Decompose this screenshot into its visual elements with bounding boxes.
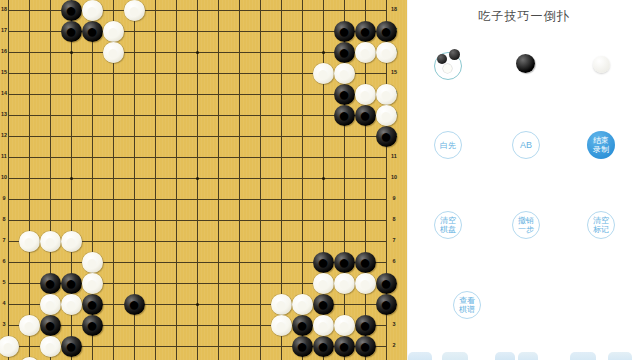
row-label: 15	[1, 70, 8, 75]
row-label: 18	[391, 7, 398, 12]
toolbar-icon-partial[interactable]	[408, 352, 432, 360]
row-label: 6	[1, 259, 8, 264]
white-first-button[interactable]: 白先	[434, 131, 462, 159]
black-stone: ●	[376, 294, 397, 315]
clear-marks-button[interactable]: 清空标记	[587, 211, 615, 239]
row-label: 15	[391, 70, 398, 75]
black-stone: ●	[82, 294, 103, 315]
white-stone: ●	[292, 294, 313, 315]
black-stone: ●	[313, 252, 334, 273]
black-stone: ●	[292, 336, 313, 357]
black-stone: ●	[334, 336, 355, 357]
black-stone-icon[interactable]	[516, 54, 535, 73]
white-stone: ●	[61, 231, 82, 252]
grid-line	[260, 0, 261, 360]
row-label: 13	[1, 112, 8, 117]
white-stone: ●	[19, 231, 40, 252]
end-recording-button[interactable]: 结束录制	[587, 131, 615, 159]
white-stone: ●	[355, 84, 376, 105]
black-stone: ●	[334, 252, 355, 273]
star-point	[196, 177, 199, 180]
black-stone: ●	[355, 252, 376, 273]
black-stone: ●	[334, 42, 355, 63]
star-point	[322, 51, 325, 54]
view-record-button[interactable]: 查看棋谱	[453, 291, 481, 319]
grid-line	[197, 0, 198, 360]
grid-line	[218, 0, 219, 360]
row-label: 17	[1, 28, 8, 33]
black-stone: ●	[376, 126, 397, 147]
diagram-black-dot	[437, 54, 447, 64]
row-label: 7	[391, 238, 398, 243]
row-label: 6	[391, 259, 398, 264]
row-label: 3	[391, 322, 398, 327]
star-point	[196, 303, 199, 306]
black-stone: ●	[355, 21, 376, 42]
diagram-black-dot	[449, 49, 460, 60]
go-board[interactable]: 1818171716161515141413131212111110109988…	[0, 0, 407, 360]
grid-line	[8, 199, 387, 200]
row-label: 18	[1, 7, 8, 12]
white-stone: ●	[313, 315, 334, 336]
grid-line	[8, 115, 387, 116]
black-stone: ●	[334, 21, 355, 42]
black-stone: ●	[292, 315, 313, 336]
star-point	[70, 177, 73, 180]
row-label: 10	[391, 175, 398, 180]
row-label: 14	[1, 91, 8, 96]
black-stone: ●	[82, 21, 103, 42]
grid-line	[155, 0, 156, 360]
white-stone: ●	[376, 105, 397, 126]
black-stone: ●	[376, 21, 397, 42]
row-label: 4	[1, 301, 8, 306]
black-stone: ●	[61, 273, 82, 294]
white-stone: ●	[313, 63, 334, 84]
toolbar-icon-partial[interactable]	[518, 352, 538, 360]
row-label: 9	[391, 196, 398, 201]
grid-line	[8, 157, 387, 158]
grid-line	[8, 94, 387, 95]
black-stone: ●	[355, 105, 376, 126]
white-stone: ●	[355, 42, 376, 63]
row-label: 11	[391, 154, 398, 159]
grid-line	[8, 220, 387, 221]
black-stone: ●	[313, 336, 334, 357]
row-label: 2	[391, 343, 398, 348]
white-stone: ●	[19, 357, 40, 360]
black-stone: ●	[355, 336, 376, 357]
white-stone: ●	[61, 294, 82, 315]
row-label: 12	[1, 133, 8, 138]
grid-line	[176, 0, 177, 360]
grid-line	[239, 0, 240, 360]
white-stone: ●	[40, 231, 61, 252]
lesson-title: 吃子技巧一倒扑	[408, 8, 640, 25]
row-label: 3	[1, 322, 8, 327]
white-stone: ●	[376, 42, 397, 63]
black-stone: ●	[124, 294, 145, 315]
white-stone: ●	[0, 336, 19, 357]
white-stone: ●	[271, 294, 292, 315]
toolbar-icon-partial[interactable]	[495, 352, 515, 360]
toolbar-icon-partial[interactable]	[608, 352, 632, 360]
grid-line	[8, 136, 387, 137]
white-stone: ●	[82, 0, 103, 21]
row-label: 16	[1, 49, 8, 54]
white-stone: ●	[19, 315, 40, 336]
black-stone: ●	[376, 273, 397, 294]
white-stone: ●	[376, 84, 397, 105]
star-point	[196, 51, 199, 54]
control-panel: 吃子技巧一倒扑 白先 AB 结束录制 清空棋盘 撤销一步 清空标记 查看棋谱	[407, 0, 640, 360]
ab-label-button[interactable]: AB	[512, 131, 540, 159]
row-label: 11	[1, 154, 8, 159]
black-stone: ●	[355, 315, 376, 336]
black-stone: ●	[334, 84, 355, 105]
diagram-white-dot	[443, 64, 452, 73]
black-stone: ●	[334, 105, 355, 126]
black-stone: ●	[40, 273, 61, 294]
row-label: 7	[1, 238, 8, 243]
star-point	[322, 177, 325, 180]
white-stone: ●	[334, 273, 355, 294]
white-stone: ●	[40, 294, 61, 315]
white-stone: ●	[124, 0, 145, 21]
black-stone: ●	[61, 21, 82, 42]
black-stone: ●	[61, 0, 82, 21]
grid-line	[29, 0, 30, 360]
undo-step-button[interactable]: 撤销一步	[512, 211, 540, 239]
white-stone: ●	[355, 273, 376, 294]
black-stone: ●	[82, 315, 103, 336]
black-stone: ●	[313, 294, 334, 315]
row-label: 10	[1, 175, 8, 180]
clear-board-button[interactable]: 清空棋盘	[434, 211, 462, 239]
row-label: 5	[1, 280, 8, 285]
white-stone: ●	[313, 273, 334, 294]
white-stone: ●	[103, 42, 124, 63]
white-stone: ●	[271, 315, 292, 336]
toolbar-icon-partial[interactable]	[442, 352, 468, 360]
row-label: 9	[1, 196, 8, 201]
black-stone: ●	[40, 315, 61, 336]
row-label: 8	[1, 217, 8, 222]
row-label: 8	[391, 217, 398, 222]
white-stone: ●	[103, 21, 124, 42]
white-stone: ●	[334, 315, 355, 336]
toolbar-icon-partial[interactable]	[570, 352, 596, 360]
white-stone: ●	[82, 252, 103, 273]
grid-line	[8, 0, 9, 360]
white-stone: ●	[334, 63, 355, 84]
white-stone-icon[interactable]	[593, 56, 610, 73]
white-stone: ●	[40, 336, 61, 357]
position-diagram-icon[interactable]	[433, 48, 465, 80]
white-stone: ●	[82, 273, 103, 294]
star-point	[70, 51, 73, 54]
black-stone: ●	[61, 336, 82, 357]
